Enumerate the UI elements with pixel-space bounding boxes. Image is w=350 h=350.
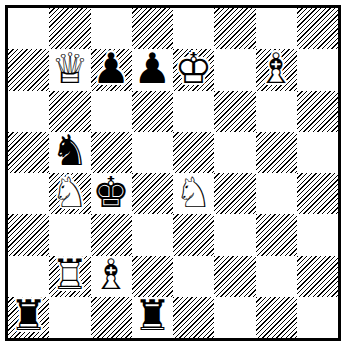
- square-c1[interactable]: [91, 297, 132, 338]
- square-d2[interactable]: [132, 256, 173, 297]
- square-g1[interactable]: [256, 297, 297, 338]
- square-c7[interactable]: ♟♟: [91, 49, 132, 90]
- square-d3[interactable]: [132, 214, 173, 255]
- square-g4[interactable]: [256, 173, 297, 214]
- square-h3[interactable]: [297, 214, 338, 255]
- square-f3[interactable]: [214, 214, 255, 255]
- square-b7[interactable]: ♛♕: [49, 49, 90, 90]
- square-h8[interactable]: [297, 8, 338, 49]
- square-b4[interactable]: ♞♘: [49, 173, 90, 214]
- square-d4[interactable]: [132, 173, 173, 214]
- square-f2[interactable]: [214, 256, 255, 297]
- black-king: ♚♚: [91, 173, 132, 214]
- black-knight: ♞♞: [49, 132, 90, 173]
- square-c4[interactable]: ♚♚: [91, 173, 132, 214]
- square-a1[interactable]: ♜♜: [8, 297, 49, 338]
- square-c6[interactable]: [91, 91, 132, 132]
- square-h6[interactable]: [297, 91, 338, 132]
- square-a4[interactable]: [8, 173, 49, 214]
- chess-board-grid: ♛♕♟♟♟♟♚♔♝♗♞♞♞♘♚♚♞♘♜♖♝♗♜♜♜♜: [8, 8, 338, 338]
- white-king: ♚♔: [173, 49, 214, 90]
- square-e4[interactable]: ♞♘: [173, 173, 214, 214]
- square-b3[interactable]: [49, 214, 90, 255]
- square-a2[interactable]: [8, 256, 49, 297]
- square-a7[interactable]: [8, 49, 49, 90]
- square-c8[interactable]: [91, 8, 132, 49]
- square-f1[interactable]: [214, 297, 255, 338]
- white-queen: ♛♕: [49, 49, 90, 90]
- square-g8[interactable]: [256, 8, 297, 49]
- square-g5[interactable]: [256, 132, 297, 173]
- square-g7[interactable]: ♝♗: [256, 49, 297, 90]
- square-d1[interactable]: ♜♜: [132, 297, 173, 338]
- square-f7[interactable]: [214, 49, 255, 90]
- square-d5[interactable]: [132, 132, 173, 173]
- square-e1[interactable]: [173, 297, 214, 338]
- square-a5[interactable]: [8, 132, 49, 173]
- square-e2[interactable]: [173, 256, 214, 297]
- square-f8[interactable]: [214, 8, 255, 49]
- square-b8[interactable]: [49, 8, 90, 49]
- square-d7[interactable]: ♟♟: [132, 49, 173, 90]
- square-e8[interactable]: [173, 8, 214, 49]
- square-f5[interactable]: [214, 132, 255, 173]
- black-rook: ♜♜: [132, 297, 173, 338]
- square-d8[interactable]: [132, 8, 173, 49]
- square-h1[interactable]: [297, 297, 338, 338]
- square-c3[interactable]: [91, 214, 132, 255]
- square-e5[interactable]: [173, 132, 214, 173]
- square-h7[interactable]: [297, 49, 338, 90]
- square-h4[interactable]: [297, 173, 338, 214]
- square-b5[interactable]: ♞♞: [49, 132, 90, 173]
- square-b2[interactable]: ♜♖: [49, 256, 90, 297]
- white-rook: ♜♖: [49, 256, 90, 297]
- square-c5[interactable]: [91, 132, 132, 173]
- square-a8[interactable]: [8, 8, 49, 49]
- square-e7[interactable]: ♚♔: [173, 49, 214, 90]
- white-bishop: ♝♗: [256, 49, 297, 90]
- black-pawn: ♟♟: [91, 49, 132, 90]
- square-a3[interactable]: [8, 214, 49, 255]
- square-e3[interactable]: [173, 214, 214, 255]
- square-g3[interactable]: [256, 214, 297, 255]
- white-knight: ♞♘: [173, 173, 214, 214]
- black-rook: ♜♜: [8, 297, 49, 338]
- square-b6[interactable]: [49, 91, 90, 132]
- square-h5[interactable]: [297, 132, 338, 173]
- square-a6[interactable]: [8, 91, 49, 132]
- square-e6[interactable]: [173, 91, 214, 132]
- white-knight: ♞♘: [49, 173, 90, 214]
- square-d6[interactable]: [132, 91, 173, 132]
- square-b1[interactable]: [49, 297, 90, 338]
- square-g6[interactable]: [256, 91, 297, 132]
- black-pawn: ♟♟: [132, 49, 173, 90]
- square-f6[interactable]: [214, 91, 255, 132]
- white-bishop: ♝♗: [91, 256, 132, 297]
- square-g2[interactable]: [256, 256, 297, 297]
- square-f4[interactable]: [214, 173, 255, 214]
- square-c2[interactable]: ♝♗: [91, 256, 132, 297]
- square-h2[interactable]: [297, 256, 338, 297]
- chess-board: ♛♕♟♟♟♟♚♔♝♗♞♞♞♘♚♚♞♘♜♖♝♗♜♜♜♜: [5, 5, 341, 341]
